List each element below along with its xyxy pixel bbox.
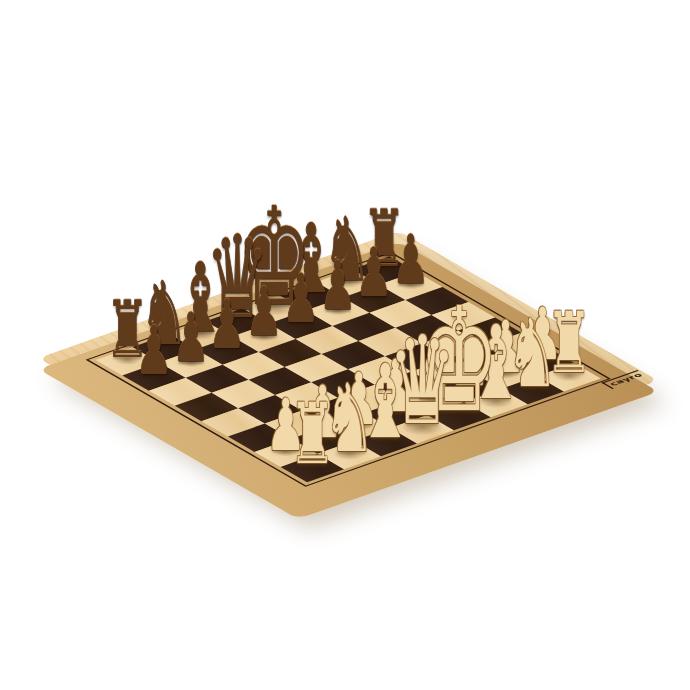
white-rook[interactable]: ♜ [260,298,365,468]
chess-set-photo: ♜♞♝♛♚♝♞♜♟♟♟♟♟♟♟♟♟♟♟♟♟♟♟♟♜♞♝♛♚♝♞♜ cayro [0,0,690,690]
board-grid: ♜♞♝♛♚♝♞♜♟♟♟♟♟♟♟♟♟♟♟♟♟♟♟♟♜♞♝♛♚♝♞♜ [96,256,601,482]
black-pawn[interactable]: ♟ [104,217,203,377]
square-a1[interactable]: ♜ [281,454,344,482]
chess-board: ♜♞♝♛♚♝♞♜♟♟♟♟♟♟♟♟♟♟♟♟♟♟♟♟♜♞♝♛♚♝♞♜ cayro [38,231,658,509]
